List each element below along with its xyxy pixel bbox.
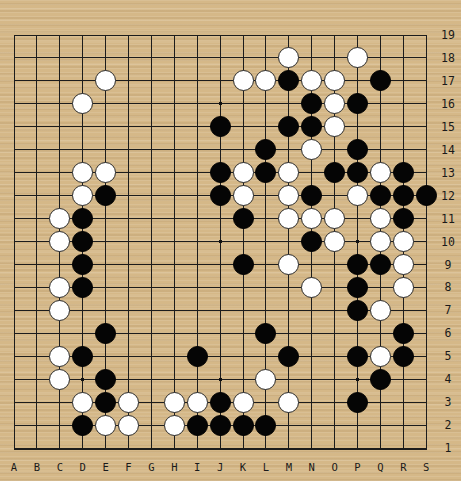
stone-white-M12 [278, 185, 299, 206]
row-label-3: 3 [445, 395, 452, 409]
stone-black-E4 [95, 369, 116, 390]
row-label-7: 7 [445, 303, 452, 317]
grid-line-vertical [243, 35, 244, 448]
column-label-I: I [194, 461, 200, 473]
row-label-2: 2 [445, 418, 452, 432]
stone-white-F2 [118, 415, 139, 436]
stone-black-R6 [393, 323, 414, 344]
stone-black-I5 [187, 346, 208, 367]
row-label-5: 5 [445, 349, 452, 363]
stone-white-M13 [278, 162, 299, 183]
column-label-G: G [148, 461, 154, 473]
stone-white-R9 [393, 254, 414, 275]
stone-white-C8 [49, 277, 70, 298]
stone-white-M18 [278, 47, 299, 68]
stone-white-N11 [301, 208, 322, 229]
column-label-R: R [400, 461, 406, 473]
stone-black-R5 [393, 346, 414, 367]
stone-black-P13 [347, 162, 368, 183]
stone-white-P12 [347, 185, 368, 206]
column-label-B: B [34, 461, 40, 473]
stone-white-Q10 [370, 231, 391, 252]
column-label-H: H [171, 461, 177, 473]
stone-black-Q17 [370, 70, 391, 91]
stone-black-N10 [301, 231, 322, 252]
stone-white-L17 [255, 70, 276, 91]
row-label-17: 17 [441, 74, 455, 88]
stone-black-D9 [72, 254, 93, 275]
stone-black-L14 [255, 139, 276, 160]
grid-line-vertical [426, 35, 427, 449]
row-label-10: 10 [441, 235, 455, 249]
column-label-K: K [240, 461, 246, 473]
stone-white-O10 [324, 231, 345, 252]
stone-black-Q4 [370, 369, 391, 390]
row-label-15: 15 [441, 120, 455, 134]
grid-line-horizontal [14, 333, 427, 334]
stone-white-F3 [118, 392, 139, 413]
column-label-C: C [57, 461, 63, 473]
stone-black-L13 [255, 162, 276, 183]
row-label-9: 9 [445, 258, 452, 272]
stone-black-D11 [72, 208, 93, 229]
stone-white-C4 [49, 369, 70, 390]
stone-black-J15 [210, 116, 231, 137]
column-label-E: E [102, 461, 108, 473]
stone-black-N15 [301, 116, 322, 137]
stone-white-N17 [301, 70, 322, 91]
stone-white-E13 [95, 162, 116, 183]
grid-line-horizontal [14, 35, 427, 36]
stone-white-P18 [347, 47, 368, 68]
grid-line-vertical [288, 35, 289, 448]
column-label-Q: Q [377, 461, 383, 473]
stone-black-L2 [255, 415, 276, 436]
stone-black-P16 [347, 93, 368, 114]
stone-white-O15 [324, 116, 345, 137]
column-label-L: L [263, 461, 269, 473]
stone-black-K9 [233, 254, 254, 275]
stone-white-Q5 [370, 346, 391, 367]
star-point-J10 [219, 240, 222, 243]
stone-black-J12 [210, 185, 231, 206]
stone-black-M17 [278, 70, 299, 91]
stone-white-K12 [233, 185, 254, 206]
go-board-screenshot: ABCDEFGHIJKLMNOPQRS191817161514131211109… [0, 0, 461, 481]
stone-white-C10 [49, 231, 70, 252]
stone-white-M9 [278, 254, 299, 275]
stone-black-E6 [95, 323, 116, 344]
stone-white-M11 [278, 208, 299, 229]
stone-white-Q11 [370, 208, 391, 229]
stone-white-D16 [72, 93, 93, 114]
column-label-N: N [309, 461, 315, 473]
stone-white-E2 [95, 415, 116, 436]
stone-black-D5 [72, 346, 93, 367]
stone-black-D8 [72, 277, 93, 298]
column-label-S: S [423, 461, 429, 473]
stone-black-P9 [347, 254, 368, 275]
stone-white-K3 [233, 392, 254, 413]
stone-black-O13 [324, 162, 345, 183]
column-label-O: O [331, 461, 337, 473]
stone-black-K11 [233, 208, 254, 229]
stone-white-C7 [49, 300, 70, 321]
stone-black-J3 [210, 392, 231, 413]
stone-black-N16 [301, 93, 322, 114]
stone-white-I3 [187, 392, 208, 413]
stone-white-Q7 [370, 300, 391, 321]
stone-white-O16 [324, 93, 345, 114]
row-label-18: 18 [441, 51, 455, 65]
stone-white-N14 [301, 139, 322, 160]
stone-white-K17 [233, 70, 254, 91]
stone-white-O11 [324, 208, 345, 229]
star-point-J4 [219, 378, 222, 381]
column-label-J: J [217, 461, 223, 473]
stone-black-S12 [416, 185, 437, 206]
stone-white-N8 [301, 277, 322, 298]
column-label-A: A [11, 461, 17, 473]
stone-white-R8 [393, 277, 414, 298]
stone-white-D3 [72, 392, 93, 413]
stone-white-D12 [72, 185, 93, 206]
stone-black-P3 [347, 392, 368, 413]
row-label-14: 14 [441, 143, 455, 157]
stone-black-P14 [347, 139, 368, 160]
stone-black-R11 [393, 208, 414, 229]
stone-black-Q9 [370, 254, 391, 275]
column-label-M: M [286, 461, 292, 473]
stone-black-D2 [72, 415, 93, 436]
stone-black-J2 [210, 415, 231, 436]
star-point-P4 [356, 378, 359, 381]
stone-white-C11 [49, 208, 70, 229]
stone-white-L4 [255, 369, 276, 390]
row-label-19: 19 [441, 28, 455, 42]
stone-white-H3 [164, 392, 185, 413]
row-label-16: 16 [441, 97, 455, 111]
stone-black-R12 [393, 185, 414, 206]
star-point-P10 [356, 240, 359, 243]
stone-black-P5 [347, 346, 368, 367]
column-label-D: D [80, 461, 86, 473]
stone-white-H2 [164, 415, 185, 436]
row-label-6: 6 [445, 326, 452, 340]
star-point-J16 [219, 102, 222, 105]
grid-line-vertical [14, 35, 15, 449]
stone-white-C5 [49, 346, 70, 367]
row-label-11: 11 [441, 212, 455, 226]
row-label-1: 1 [445, 441, 452, 455]
grid-line-horizontal [14, 448, 427, 450]
grid-line-horizontal [14, 80, 427, 81]
row-label-8: 8 [445, 280, 452, 294]
row-label-4: 4 [445, 372, 452, 386]
stone-black-P8 [347, 277, 368, 298]
stone-black-N12 [301, 185, 322, 206]
stone-black-L6 [255, 323, 276, 344]
stone-black-K2 [233, 415, 254, 436]
stone-white-M3 [278, 392, 299, 413]
stone-black-I2 [187, 415, 208, 436]
stone-white-D13 [72, 162, 93, 183]
stone-white-R10 [393, 231, 414, 252]
stone-black-P7 [347, 300, 368, 321]
stone-black-M15 [278, 116, 299, 137]
stone-black-D10 [72, 231, 93, 252]
stone-black-R13 [393, 162, 414, 183]
stone-black-E3 [95, 392, 116, 413]
column-label-P: P [354, 461, 360, 473]
stone-white-E17 [95, 70, 116, 91]
row-label-13: 13 [441, 166, 455, 180]
stone-black-E12 [95, 185, 116, 206]
stone-black-Q12 [370, 185, 391, 206]
star-point-D4 [81, 378, 84, 381]
stone-white-O17 [324, 70, 345, 91]
stone-white-Q13 [370, 162, 391, 183]
stone-black-M5 [278, 346, 299, 367]
column-label-F: F [125, 461, 131, 473]
stone-black-J13 [210, 162, 231, 183]
stone-white-K13 [233, 162, 254, 183]
row-label-12: 12 [441, 189, 455, 203]
